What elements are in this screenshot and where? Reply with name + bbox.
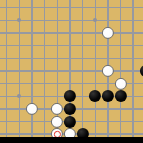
bottom-bar (0, 137, 143, 143)
star-point-D4 (17, 94, 21, 98)
stone-black-L4 (102, 90, 114, 102)
stone-white-G3 (51, 103, 63, 115)
grid-line (0, 70, 143, 71)
stone-black-M4 (114, 90, 126, 102)
star-point-K10 (93, 18, 97, 22)
go-board[interactable] (0, 0, 143, 143)
grid-line (0, 32, 143, 33)
stone-white-L6 (102, 65, 114, 77)
grid-line (0, 58, 143, 59)
grid-line (0, 45, 143, 46)
stone-white-L9 (102, 27, 114, 39)
star-point-D10 (17, 18, 21, 22)
stone-black-H4 (64, 90, 76, 102)
stone-white-G2 (51, 115, 63, 127)
stone-black-K4 (89, 90, 101, 102)
stone-black-H2 (64, 115, 76, 127)
grid-line (0, 7, 143, 8)
stone-white-M5 (114, 77, 126, 89)
stone-black-H3 (64, 103, 76, 115)
grid-line (0, 20, 143, 21)
stone-black-O6 (140, 65, 143, 77)
stone-white-E3 (26, 103, 38, 115)
